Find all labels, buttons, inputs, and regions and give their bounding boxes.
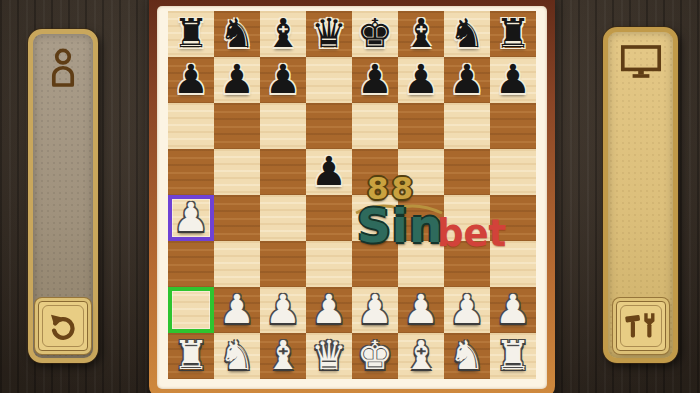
piece-white-knight[interactable]: ♞	[444, 333, 490, 379]
piece-black-king[interactable]: ♚	[352, 11, 398, 57]
piece-black-pawn[interactable]: ♟	[444, 57, 490, 103]
piece-white-king[interactable]: ♚	[352, 333, 398, 379]
square-e1[interactable]: ♚	[352, 333, 398, 379]
square-d6[interactable]	[306, 103, 352, 149]
square-f3[interactable]	[398, 241, 444, 287]
square-g1[interactable]: ♞	[444, 333, 490, 379]
square-g5[interactable]	[444, 149, 490, 195]
square-g3[interactable]	[444, 241, 490, 287]
square-f4[interactable]	[398, 195, 444, 241]
chess-board: ♜♞♝♛♚♝♞♜♟♟♟♟♟♟♟♟♟♟♟♟♟♟♟♟♜♞♝♛♚♝♞♜	[168, 11, 536, 379]
square-e7[interactable]: ♟	[352, 57, 398, 103]
piece-black-pawn[interactable]: ♟	[398, 57, 444, 103]
piece-white-bishop[interactable]: ♝	[398, 333, 444, 379]
piece-black-rook[interactable]: ♜	[490, 11, 536, 57]
square-h2[interactable]: ♟	[490, 287, 536, 333]
piece-black-pawn[interactable]: ♟	[490, 57, 536, 103]
human-player-panel	[28, 29, 98, 363]
square-a6[interactable]	[168, 103, 214, 149]
square-e3[interactable]	[352, 241, 398, 287]
square-f8[interactable]: ♝	[398, 11, 444, 57]
piece-white-pawn[interactable]: ♟	[490, 287, 536, 333]
square-a5[interactable]	[168, 149, 214, 195]
piece-white-rook[interactable]: ♜	[168, 333, 214, 379]
square-h7[interactable]: ♟	[490, 57, 536, 103]
tools-button[interactable]	[616, 301, 666, 351]
square-a2[interactable]	[168, 287, 214, 333]
piece-black-knight[interactable]: ♞	[444, 11, 490, 57]
square-c5[interactable]	[260, 149, 306, 195]
square-d8[interactable]: ♛	[306, 11, 352, 57]
square-h1[interactable]: ♜	[490, 333, 536, 379]
square-d3[interactable]	[306, 241, 352, 287]
undo-icon	[47, 309, 79, 344]
piece-black-pawn[interactable]: ♟	[260, 57, 306, 103]
tools-icon	[624, 311, 658, 342]
piece-white-pawn[interactable]: ♟	[398, 287, 444, 333]
monitor-icon	[620, 44, 662, 82]
piece-black-pawn[interactable]: ♟	[352, 57, 398, 103]
square-e6[interactable]	[352, 103, 398, 149]
app-background: { "game": "chess", "mode": "human-vs-com…	[0, 0, 700, 393]
piece-black-knight[interactable]: ♞	[214, 11, 260, 57]
square-d1[interactable]: ♛	[306, 333, 352, 379]
square-a7[interactable]: ♟	[168, 57, 214, 103]
piece-black-pawn[interactable]: ♟	[168, 57, 214, 103]
square-d7[interactable]	[306, 57, 352, 103]
piece-black-rook[interactable]: ♜	[168, 11, 214, 57]
piece-white-pawn[interactable]: ♟	[168, 195, 214, 241]
piece-white-pawn[interactable]: ♟	[260, 287, 306, 333]
piece-white-pawn[interactable]: ♟	[352, 287, 398, 333]
person-icon	[46, 46, 80, 94]
square-d2[interactable]: ♟	[306, 287, 352, 333]
square-h6[interactable]	[490, 103, 536, 149]
square-f6[interactable]	[398, 103, 444, 149]
square-f7[interactable]: ♟	[398, 57, 444, 103]
piece-white-knight[interactable]: ♞	[214, 333, 260, 379]
square-c6[interactable]	[260, 103, 306, 149]
square-g6[interactable]	[444, 103, 490, 149]
square-d5[interactable]: ♟	[306, 149, 352, 195]
square-c7[interactable]: ♟	[260, 57, 306, 103]
piece-black-bishop[interactable]: ♝	[260, 11, 306, 57]
square-a3[interactable]	[168, 241, 214, 287]
square-h8[interactable]: ♜	[490, 11, 536, 57]
square-b4[interactable]	[214, 195, 260, 241]
piece-white-pawn[interactable]: ♟	[214, 287, 260, 333]
piece-white-queen[interactable]: ♛	[306, 333, 352, 379]
square-f2[interactable]: ♟	[398, 287, 444, 333]
square-g4[interactable]	[444, 195, 490, 241]
square-c3[interactable]	[260, 241, 306, 287]
piece-white-bishop[interactable]: ♝	[260, 333, 306, 379]
square-b2[interactable]: ♟	[214, 287, 260, 333]
square-a8[interactable]: ♜	[168, 11, 214, 57]
square-h3[interactable]	[490, 241, 536, 287]
square-g2[interactable]: ♟	[444, 287, 490, 333]
piece-white-rook[interactable]: ♜	[490, 333, 536, 379]
square-e5[interactable]	[352, 149, 398, 195]
square-a4[interactable]: ♟	[168, 195, 214, 241]
square-h4[interactable]	[490, 195, 536, 241]
square-e4[interactable]	[352, 195, 398, 241]
square-b3[interactable]	[214, 241, 260, 287]
square-f5[interactable]	[398, 149, 444, 195]
square-e2[interactable]: ♟	[352, 287, 398, 333]
square-b8[interactable]: ♞	[214, 11, 260, 57]
piece-white-pawn[interactable]: ♟	[306, 287, 352, 333]
square-g7[interactable]: ♟	[444, 57, 490, 103]
square-f1[interactable]: ♝	[398, 333, 444, 379]
square-e8[interactable]: ♚	[352, 11, 398, 57]
square-a1[interactable]: ♜	[168, 333, 214, 379]
square-b5[interactable]	[214, 149, 260, 195]
computer-player-panel	[603, 27, 678, 363]
square-c1[interactable]: ♝	[260, 333, 306, 379]
square-b7[interactable]: ♟	[214, 57, 260, 103]
piece-white-pawn[interactable]: ♟	[444, 287, 490, 333]
undo-button[interactable]	[38, 301, 88, 351]
piece-black-pawn[interactable]: ♟	[306, 149, 352, 195]
square-c2[interactable]: ♟	[260, 287, 306, 333]
square-c4[interactable]	[260, 195, 306, 241]
piece-black-pawn[interactable]: ♟	[214, 57, 260, 103]
piece-black-queen[interactable]: ♛	[306, 11, 352, 57]
square-b6[interactable]	[214, 103, 260, 149]
square-h5[interactable]	[490, 149, 536, 195]
square-d4[interactable]	[306, 195, 352, 241]
square-g8[interactable]: ♞	[444, 11, 490, 57]
square-c8[interactable]: ♝	[260, 11, 306, 57]
square-b1[interactable]: ♞	[214, 333, 260, 379]
piece-black-bishop[interactable]: ♝	[398, 11, 444, 57]
